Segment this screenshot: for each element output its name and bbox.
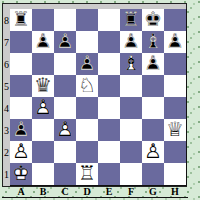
square-h4[interactable]: [164, 97, 186, 119]
white-pawn-outline-icon: ♙: [54, 118, 76, 140]
square-a1[interactable]: ♚♔: [10, 163, 32, 185]
square-e7[interactable]: [98, 31, 120, 53]
white-pawn-outline-icon: ♙: [10, 140, 32, 162]
white-bishop-outline-icon: ♗: [120, 52, 142, 74]
piece-white-pawn[interactable]: ♟♙: [54, 119, 76, 141]
square-c3[interactable]: ♟♙: [54, 119, 76, 141]
file-label-strip: ABCDEFGH: [10, 186, 186, 197]
square-b4[interactable]: ♟♙: [32, 97, 54, 119]
square-d7[interactable]: [76, 31, 98, 53]
bottom-rule: [2, 197, 188, 198]
piece-black-pawn[interactable]: ♟♙: [54, 31, 76, 53]
piece-black-pawn[interactable]: ♟♙: [164, 31, 186, 53]
square-a2[interactable]: ♟♙: [10, 141, 32, 163]
file-label-g: G: [142, 186, 164, 197]
square-b7[interactable]: ♟♙: [32, 31, 54, 53]
square-g8[interactable]: ♚♔: [142, 9, 164, 31]
square-d1[interactable]: ♜♖: [76, 163, 98, 185]
square-h7[interactable]: ♟♙: [164, 31, 186, 53]
black-pawn-outline-icon: ♙: [76, 52, 98, 74]
piece-black-bishop[interactable]: ♝♗: [142, 31, 164, 53]
square-h1[interactable]: [164, 163, 186, 185]
black-pawn-outline-icon: ♙: [54, 30, 76, 52]
rank-label-5: 5: [3, 75, 10, 97]
square-h5[interactable]: [164, 75, 186, 97]
file-label-f: F: [120, 186, 142, 197]
square-f4[interactable]: [120, 97, 142, 119]
black-pawn-outline-icon: ♙: [164, 30, 186, 52]
square-e4[interactable]: [98, 97, 120, 119]
square-b5[interactable]: ♛♕: [32, 75, 54, 97]
square-e8[interactable]: [98, 9, 120, 31]
square-c4[interactable]: [54, 97, 76, 119]
file-label-b: B: [32, 186, 54, 197]
rank-label-3: 3: [3, 119, 10, 141]
black-pawn-outline-icon: ♙: [142, 52, 164, 74]
square-f6[interactable]: ♝♗: [120, 53, 142, 75]
white-knight-outline-icon: ♘: [76, 74, 98, 96]
white-rook-outline-icon: ♖: [76, 162, 98, 184]
square-d8[interactable]: [76, 9, 98, 31]
square-e6[interactable]: [98, 53, 120, 75]
square-c1[interactable]: [54, 163, 76, 185]
rank-label-7: 7: [3, 31, 10, 53]
black-pawn-outline-icon: ♙: [32, 30, 54, 52]
file-label-c: C: [54, 186, 76, 197]
square-a7[interactable]: [10, 31, 32, 53]
rank-label-4: 4: [3, 97, 10, 119]
square-f2[interactable]: [120, 141, 142, 163]
square-c8[interactable]: [54, 9, 76, 31]
rank-label-6: 6: [3, 53, 10, 75]
black-king-outline-icon: ♔: [142, 8, 164, 30]
square-e2[interactable]: [98, 141, 120, 163]
square-b6[interactable]: [32, 53, 54, 75]
square-c2[interactable]: [54, 141, 76, 163]
piece-white-king[interactable]: ♚♔: [10, 163, 32, 185]
square-g2[interactable]: ♟♙: [142, 141, 164, 163]
piece-black-pawn[interactable]: ♟♙: [120, 31, 142, 53]
square-a5[interactable]: [10, 75, 32, 97]
square-c5[interactable]: [54, 75, 76, 97]
black-rook-outline-icon: ♖: [10, 8, 32, 30]
square-e5[interactable]: [98, 75, 120, 97]
square-d3[interactable]: [76, 119, 98, 141]
piece-black-pawn[interactable]: ♟♙: [10, 119, 32, 141]
square-d6[interactable]: ♟♙: [76, 53, 98, 75]
square-b1[interactable]: [32, 163, 54, 185]
file-label-a: A: [10, 186, 32, 197]
square-d4[interactable]: [76, 97, 98, 119]
piece-white-pawn[interactable]: ♟♙: [142, 141, 164, 163]
square-b2[interactable]: [32, 141, 54, 163]
square-f3[interactable]: [120, 119, 142, 141]
white-queen-outline-icon: ♕: [164, 118, 186, 140]
square-g5[interactable]: [142, 75, 164, 97]
file-label-h: H: [164, 186, 186, 197]
black-rook-outline-icon: ♖: [120, 8, 142, 30]
black-bishop-outline-icon: ♗: [142, 30, 164, 52]
white-pawn-outline-icon: ♙: [142, 140, 164, 162]
square-h3[interactable]: ♛♕: [164, 119, 186, 141]
piece-black-king[interactable]: ♚♔: [142, 9, 164, 31]
piece-white-bishop[interactable]: ♝♗: [120, 53, 142, 75]
black-pawn-outline-icon: ♙: [10, 118, 32, 140]
piece-black-pawn[interactable]: ♟♙: [142, 53, 164, 75]
square-e1[interactable]: [98, 163, 120, 185]
square-a4[interactable]: [10, 97, 32, 119]
piece-white-pawn[interactable]: ♟♙: [32, 97, 54, 119]
square-h8[interactable]: [164, 9, 186, 31]
file-label-d: D: [76, 186, 98, 197]
square-f7[interactable]: ♟♙: [120, 31, 142, 53]
piece-black-rook[interactable]: ♜♖: [10, 9, 32, 31]
square-g7[interactable]: ♝♗: [142, 31, 164, 53]
square-a8[interactable]: ♜♖: [10, 9, 32, 31]
piece-black-pawn[interactable]: ♟♙: [32, 31, 54, 53]
black-queen-outline-icon: ♕: [32, 74, 54, 96]
rank-label-2: 2: [3, 141, 10, 163]
square-h6[interactable]: [164, 53, 186, 75]
square-f1[interactable]: [120, 163, 142, 185]
square-g4[interactable]: [142, 97, 164, 119]
square-f5[interactable]: [120, 75, 142, 97]
piece-white-knight[interactable]: ♞♘: [76, 75, 98, 97]
square-g3[interactable]: [142, 119, 164, 141]
rank-label-8: 8: [3, 9, 10, 31]
square-b3[interactable]: [32, 119, 54, 141]
file-label-e: E: [98, 186, 120, 197]
square-a3[interactable]: ♟♙: [10, 119, 32, 141]
square-e3[interactable]: [98, 119, 120, 141]
chess-app-window: 87654321 ♜♖♜♖♚♔♟♙♟♙♟♙♝♗♟♙♟♙♝♗♟♙♛♕♞♘♟♙♟♙♟…: [0, 0, 200, 200]
square-d2[interactable]: [76, 141, 98, 163]
rank-label-strip: 87654321: [3, 9, 10, 185]
piece-white-pawn[interactable]: ♟♙: [10, 141, 32, 163]
square-h2[interactable]: [164, 141, 186, 163]
square-g1[interactable]: [142, 163, 164, 185]
rank-label-1: 1: [3, 163, 10, 185]
piece-black-pawn[interactable]: ♟♙: [76, 53, 98, 75]
square-c7[interactable]: ♟♙: [54, 31, 76, 53]
chess-board: ♜♖♜♖♚♔♟♙♟♙♟♙♝♗♟♙♟♙♝♗♟♙♛♕♞♘♟♙♟♙♟♙♛♕♟♙♟♙♚♔…: [10, 9, 187, 186]
black-pawn-outline-icon: ♙: [120, 30, 142, 52]
square-g6[interactable]: ♟♙: [142, 53, 164, 75]
piece-black-queen[interactable]: ♛♕: [32, 75, 54, 97]
square-c6[interactable]: [54, 53, 76, 75]
piece-black-rook[interactable]: ♜♖: [120, 9, 142, 31]
piece-white-queen[interactable]: ♛♕: [164, 119, 186, 141]
square-d5[interactable]: ♞♘: [76, 75, 98, 97]
square-a6[interactable]: [10, 53, 32, 75]
square-b8[interactable]: [32, 9, 54, 31]
piece-white-rook[interactable]: ♜♖: [76, 163, 98, 185]
white-pawn-outline-icon: ♙: [32, 96, 54, 118]
white-king-outline-icon: ♔: [10, 162, 32, 184]
square-f8[interactable]: ♜♖: [120, 9, 142, 31]
